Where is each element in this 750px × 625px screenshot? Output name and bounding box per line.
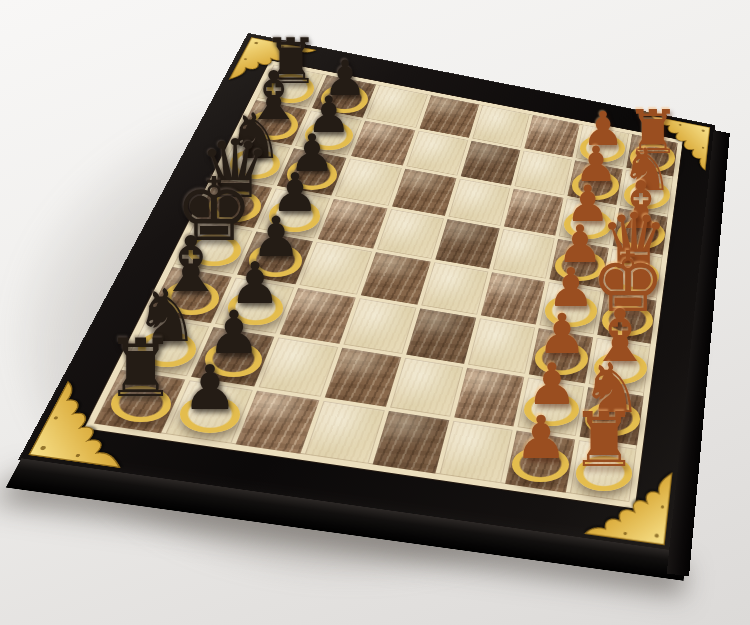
square-b4[interactable]: [390, 358, 463, 417]
square-c5[interactable]: [343, 298, 416, 354]
piece-black-rook-a8[interactable]: ♜: [105, 328, 177, 408]
square-d4[interactable]: [421, 262, 488, 314]
square-f4[interactable]: [448, 179, 510, 226]
piece-black-pawn-a7[interactable]: ♟: [182, 357, 237, 419]
square-g5[interactable]: [406, 131, 468, 176]
square-c4[interactable]: [406, 308, 476, 364]
square-c3[interactable]: [468, 318, 535, 373]
piece-white-rook-a1[interactable]: ♜: [570, 402, 638, 478]
square-h3[interactable]: [524, 115, 580, 158]
piece-white-pawn-a2[interactable]: ♟: [514, 409, 567, 468]
square-h4[interactable]: [472, 105, 530, 148]
board-side-edge-right: [667, 130, 730, 576]
square-f3[interactable]: [504, 189, 564, 236]
square-d5[interactable]: [361, 252, 431, 305]
square-g4[interactable]: [461, 141, 521, 186]
square-b5[interactable]: [325, 348, 402, 407]
square-d3[interactable]: [481, 272, 545, 324]
square-h6[interactable]: [366, 85, 428, 128]
square-g3[interactable]: [514, 151, 572, 196]
square-h5[interactable]: [420, 95, 480, 138]
square-a3[interactable]: [439, 421, 512, 483]
square-f5[interactable]: [392, 169, 456, 216]
square-e6[interactable]: [318, 199, 388, 249]
square-e4[interactable]: [435, 219, 500, 269]
square-f6[interactable]: [335, 158, 402, 205]
square-a4[interactable]: [373, 411, 450, 474]
square-c6[interactable]: [280, 288, 356, 344]
square-g6[interactable]: [351, 121, 415, 166]
square-a5[interactable]: [305, 401, 385, 464]
photo-background: ♜♟♟♜♝♟♟♞♞♟♟♝♛♟♟♛♚♟♟♚♝♟♟♝♞♟♟♞♜♟♟♜: [0, 0, 750, 625]
square-e5[interactable]: [377, 209, 444, 259]
square-d6[interactable]: [299, 242, 372, 295]
square-e3[interactable]: [493, 229, 555, 279]
